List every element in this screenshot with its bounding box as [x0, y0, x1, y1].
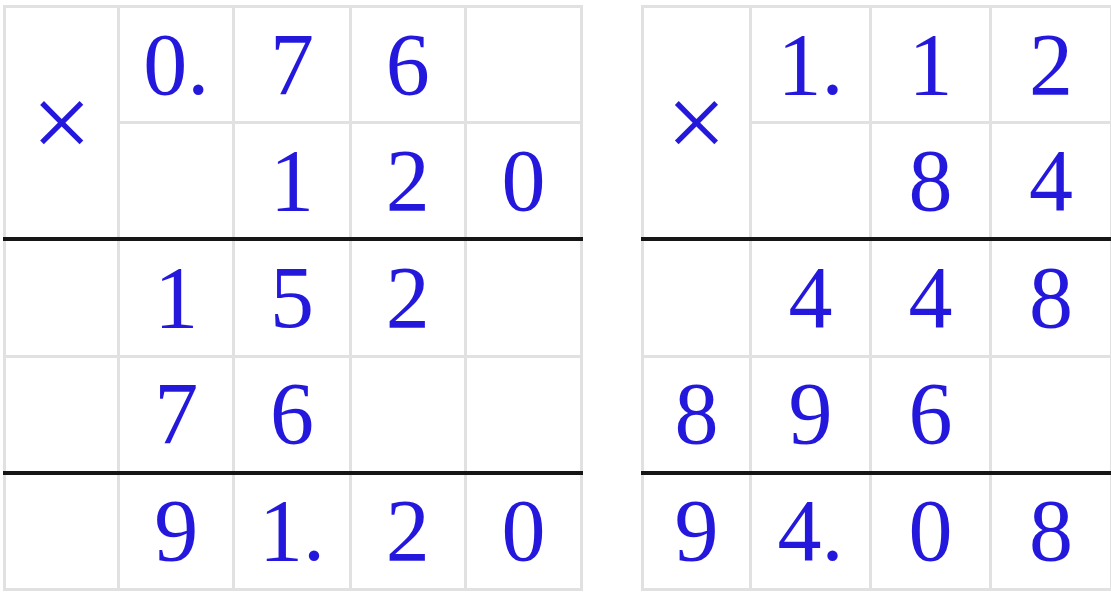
digit-cell-r4-c2: 9 [751, 356, 871, 473]
digit-cell-r2-c4: 2 [350, 123, 465, 240]
digit-cell-r5-c2: 9 [119, 473, 234, 590]
digit-cell-r3-c3: 4 [871, 239, 991, 356]
empty-cell-r3-c5 [465, 239, 581, 356]
digit-cell-r5-c4: 2 [350, 473, 465, 590]
empty-cell-r4-c4 [350, 356, 465, 473]
empty-cell-r2-c1 [751, 123, 871, 240]
digit-cell-r3-c2: 1 [119, 239, 234, 356]
times-operator-cell: × [5, 7, 119, 240]
digit-cell-r5-c3: 0 [871, 473, 991, 590]
digit-cell-r5-c2: 4. [751, 473, 871, 590]
digit-cell-r3-c4: 8 [991, 239, 1111, 356]
digit-cell-r3-c2: 4 [751, 239, 871, 356]
digit-cell-r1-c4: 2 [991, 7, 1111, 123]
digit-cell-r4-c2: 7 [119, 356, 234, 473]
empty-cell-r4-c1 [5, 356, 119, 473]
digit-cell-r4-c3: 6 [871, 356, 991, 473]
empty-cell-r2-c1 [119, 123, 234, 240]
digit-cell-r2-c3: 1 [234, 123, 350, 240]
digit-cell-r5-c4: 8 [991, 473, 1111, 590]
digit-cell-r3-c4: 2 [350, 239, 465, 356]
multiplication-grid-left: ×0.761201527691.20 [3, 5, 583, 591]
digit-cell-r5-c1: 9 [643, 473, 751, 590]
multiplication-worksheet: ×0.761201527691.20 ×1.128444889694.08 [0, 0, 1111, 595]
left-multiplication-table: ×0.761201527691.20 [3, 5, 583, 591]
digit-cell-r5-c5: 0 [465, 473, 581, 590]
empty-cell-r5-c1 [5, 473, 119, 590]
digit-cell-r4-c3: 6 [234, 356, 350, 473]
empty-cell-r1-c5 [465, 7, 581, 123]
empty-cell-r4-c5 [465, 356, 581, 473]
digit-cell-r1-c4: 6 [350, 7, 465, 123]
digit-cell-r1-c2: 0. [119, 7, 234, 123]
digit-cell-r2-c5: 0 [465, 123, 581, 240]
digit-cell-r3-c3: 5 [234, 239, 350, 356]
digit-cell-r2-c4: 4 [991, 123, 1111, 240]
digit-cell-r1-c3: 1 [871, 7, 991, 123]
right-multiplication-table: ×1.128444889694.08 [641, 5, 1111, 591]
digit-cell-r2-c3: 8 [871, 123, 991, 240]
digit-cell-r1-c2: 1. [751, 7, 871, 123]
empty-cell-r3-c1 [5, 239, 119, 356]
empty-cell-r3-c1 [643, 239, 751, 356]
digit-cell-r1-c3: 7 [234, 7, 350, 123]
digit-cell-r4-c1: 8 [643, 356, 751, 473]
times-operator-cell: × [643, 7, 751, 240]
empty-cell-r4-c4 [991, 356, 1111, 473]
digit-cell-r5-c3: 1. [234, 473, 350, 590]
multiplication-grid-right: ×1.128444889694.08 [641, 5, 1111, 591]
